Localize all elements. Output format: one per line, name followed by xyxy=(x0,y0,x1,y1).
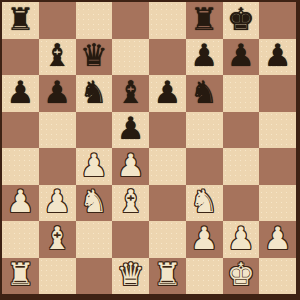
square-d4[interactable]: ♟ xyxy=(112,148,149,185)
white-pawn[interactable]: ♟ xyxy=(6,186,34,217)
square-g2[interactable]: ♟ xyxy=(223,221,260,258)
black-bishop[interactable]: ♝ xyxy=(43,40,71,71)
square-f5[interactable] xyxy=(186,112,223,149)
square-h1[interactable] xyxy=(259,258,296,295)
white-pawn[interactable]: ♟ xyxy=(227,223,255,254)
white-pawn[interactable]: ♟ xyxy=(264,223,292,254)
white-pawn[interactable]: ♟ xyxy=(43,186,71,217)
white-bishop[interactable]: ♝ xyxy=(43,223,71,254)
square-c6[interactable]: ♞ xyxy=(76,75,113,112)
square-b6[interactable]: ♟ xyxy=(39,75,76,112)
square-g8[interactable]: ♚ xyxy=(223,2,260,39)
white-queen[interactable]: ♛ xyxy=(117,259,145,290)
square-c2[interactable] xyxy=(76,221,113,258)
square-a5[interactable] xyxy=(2,112,39,149)
square-h7[interactable]: ♟ xyxy=(259,39,296,76)
square-b5[interactable] xyxy=(39,112,76,149)
square-f6[interactable]: ♞ xyxy=(186,75,223,112)
square-f2[interactable]: ♟ xyxy=(186,221,223,258)
square-d6[interactable]: ♝ xyxy=(112,75,149,112)
white-knight[interactable]: ♞ xyxy=(80,186,108,217)
square-b1[interactable] xyxy=(39,258,76,295)
square-h3[interactable] xyxy=(259,185,296,222)
square-a2[interactable] xyxy=(2,221,39,258)
black-king[interactable]: ♚ xyxy=(227,4,255,35)
square-h5[interactable] xyxy=(259,112,296,149)
square-b3[interactable]: ♟ xyxy=(39,185,76,222)
white-pawn[interactable]: ♟ xyxy=(117,150,145,181)
square-c4[interactable]: ♟ xyxy=(76,148,113,185)
square-c3[interactable]: ♞ xyxy=(76,185,113,222)
square-c8[interactable] xyxy=(76,2,113,39)
square-b8[interactable] xyxy=(39,2,76,39)
square-c1[interactable] xyxy=(76,258,113,295)
white-rook[interactable]: ♜ xyxy=(6,259,34,290)
square-e5[interactable] xyxy=(149,112,186,149)
square-g5[interactable] xyxy=(223,112,260,149)
square-d8[interactable] xyxy=(112,2,149,39)
black-pawn[interactable]: ♟ xyxy=(190,40,218,71)
square-a7[interactable] xyxy=(2,39,39,76)
black-pawn[interactable]: ♟ xyxy=(43,77,71,108)
black-bishop[interactable]: ♝ xyxy=(117,77,145,108)
square-a6[interactable]: ♟ xyxy=(2,75,39,112)
black-queen[interactable]: ♛ xyxy=(80,40,108,71)
square-e3[interactable] xyxy=(149,185,186,222)
square-f1[interactable] xyxy=(186,258,223,295)
square-d7[interactable] xyxy=(112,39,149,76)
square-d2[interactable] xyxy=(112,221,149,258)
black-pawn[interactable]: ♟ xyxy=(117,113,145,144)
square-e1[interactable]: ♜ xyxy=(149,258,186,295)
square-a8[interactable]: ♜ xyxy=(2,2,39,39)
square-f3[interactable]: ♞ xyxy=(186,185,223,222)
black-pawn[interactable]: ♟ xyxy=(264,40,292,71)
chess-board: ♜♜♚♝♛♟♟♟♟♟♞♝♟♞♟♟♟♟♟♞♝♞♝♟♟♟♜♛♜♚ xyxy=(0,0,300,300)
square-g4[interactable] xyxy=(223,148,260,185)
square-b4[interactable] xyxy=(39,148,76,185)
white-pawn[interactable]: ♟ xyxy=(80,150,108,181)
black-knight[interactable]: ♞ xyxy=(190,77,218,108)
black-rook[interactable]: ♜ xyxy=(6,4,34,35)
square-e8[interactable] xyxy=(149,2,186,39)
square-a1[interactable]: ♜ xyxy=(2,258,39,295)
square-d1[interactable]: ♛ xyxy=(112,258,149,295)
square-f7[interactable]: ♟ xyxy=(186,39,223,76)
square-e2[interactable] xyxy=(149,221,186,258)
square-e7[interactable] xyxy=(149,39,186,76)
square-a3[interactable]: ♟ xyxy=(2,185,39,222)
black-pawn[interactable]: ♟ xyxy=(153,77,181,108)
white-bishop[interactable]: ♝ xyxy=(117,186,145,217)
square-d3[interactable]: ♝ xyxy=(112,185,149,222)
black-rook[interactable]: ♜ xyxy=(190,4,218,35)
white-rook[interactable]: ♜ xyxy=(153,259,181,290)
square-h6[interactable] xyxy=(259,75,296,112)
square-e6[interactable]: ♟ xyxy=(149,75,186,112)
square-f8[interactable]: ♜ xyxy=(186,2,223,39)
square-b7[interactable]: ♝ xyxy=(39,39,76,76)
square-c7[interactable]: ♛ xyxy=(76,39,113,76)
square-h4[interactable] xyxy=(259,148,296,185)
white-pawn[interactable]: ♟ xyxy=(190,223,218,254)
square-g7[interactable]: ♟ xyxy=(223,39,260,76)
white-king[interactable]: ♚ xyxy=(227,259,255,290)
black-knight[interactable]: ♞ xyxy=(80,77,108,108)
square-c5[interactable] xyxy=(76,112,113,149)
square-b2[interactable]: ♝ xyxy=(39,221,76,258)
square-h8[interactable] xyxy=(259,2,296,39)
square-g6[interactable] xyxy=(223,75,260,112)
square-g3[interactable] xyxy=(223,185,260,222)
white-knight[interactable]: ♞ xyxy=(190,186,218,217)
square-d5[interactable]: ♟ xyxy=(112,112,149,149)
square-e4[interactable] xyxy=(149,148,186,185)
square-g1[interactable]: ♚ xyxy=(223,258,260,295)
black-pawn[interactable]: ♟ xyxy=(6,77,34,108)
square-h2[interactable]: ♟ xyxy=(259,221,296,258)
square-f4[interactable] xyxy=(186,148,223,185)
square-a4[interactable] xyxy=(2,148,39,185)
black-pawn[interactable]: ♟ xyxy=(227,40,255,71)
